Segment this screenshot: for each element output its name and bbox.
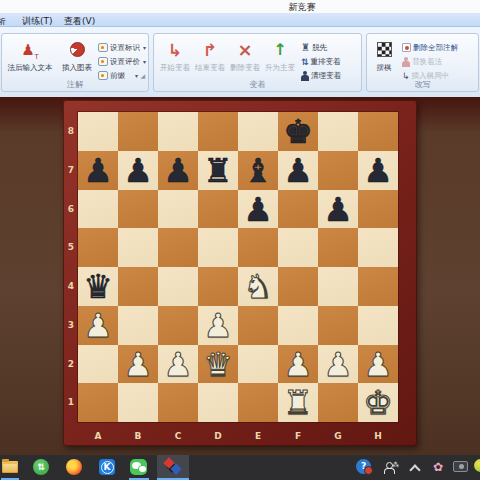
square-e7[interactable]: ♝ [238, 151, 278, 190]
rank-label-2: 2 [66, 359, 76, 369]
file-label-B: B [132, 431, 144, 441]
taskbar-partial-icon[interactable] [474, 459, 480, 472]
square-b8[interactable] [118, 112, 158, 151]
replace-moves-button[interactable]: 替换着法 [402, 55, 478, 68]
black-rook[interactable]: ♜ [198, 151, 238, 190]
person-pink-icon [402, 57, 410, 67]
menu-item-partial[interactable]: 析 [0, 16, 6, 25]
square-h6[interactable] [358, 190, 398, 229]
sort-icon: ⇅ [301, 57, 309, 67]
taskbar-help-icon[interactable]: ? [356, 459, 371, 474]
rank-label-8: 8 [66, 126, 76, 136]
promote-variation-button[interactable]: ↑ 升为主变 [263, 37, 297, 81]
start-variation-button[interactable]: ↳ 开始变着 [158, 37, 192, 81]
square-f6[interactable] [278, 190, 318, 229]
white-pawn[interactable]: ♟ [198, 306, 238, 345]
mini-piece-icon: ♜ [301, 42, 310, 53]
group-label-rewrite: 改写 [367, 79, 478, 90]
square-b4[interactable] [118, 267, 158, 306]
taskbar-flower-icon[interactable]: ✿ [433, 459, 443, 475]
chevron-down-icon[interactable]: ▾ [135, 72, 138, 79]
rank-label-3: 3 [66, 320, 76, 330]
square-e8[interactable] [238, 112, 278, 151]
square-c1[interactable] [158, 383, 198, 422]
set-marker-button[interactable]: 设置标识 ▾ [98, 41, 148, 54]
square-e4[interactable]: ♞ [238, 267, 278, 306]
black-bishop[interactable]: ♝ [238, 151, 278, 190]
square-g8[interactable] [318, 112, 358, 151]
set-evaluation-button[interactable]: 设置评价 ▾ [98, 55, 148, 68]
reorder-variations-button[interactable]: ⇅ 重排变着 [301, 55, 359, 68]
insert-text-after-move-button[interactable]: ♟T 法后输入文本 [4, 37, 56, 81]
taskbar-firefox-icon[interactable] [66, 459, 82, 475]
square-e1[interactable] [238, 383, 278, 422]
square-b1[interactable] [118, 383, 158, 422]
file-label-C: C [172, 431, 184, 441]
square-f1[interactable]: ♜ [278, 383, 318, 422]
setup-position-button[interactable]: 摆棋 [369, 37, 399, 81]
square-a7[interactable]: ♟ [78, 151, 118, 190]
square-c7[interactable]: ♟ [158, 151, 198, 190]
black-pawn[interactable]: ♟ [238, 190, 278, 229]
square-f7[interactable]: ♟ [278, 151, 318, 190]
square-d8[interactable] [198, 112, 238, 151]
square-c4[interactable] [158, 267, 198, 306]
square-d3[interactable]: ♟ [198, 306, 238, 345]
square-c2[interactable]: ♟ [158, 345, 198, 384]
square-d6[interactable] [198, 190, 238, 229]
square-g2[interactable]: ♟ [318, 345, 358, 384]
file-label-F: F [292, 431, 304, 441]
red-pawn-text-icon: ♟T [4, 37, 56, 63]
white-queen[interactable]: ♛ [198, 345, 238, 384]
square-h2[interactable]: ♟ [358, 345, 398, 384]
square-a2[interactable] [78, 345, 118, 384]
square-f8[interactable]: ♚ [278, 112, 318, 151]
ribbon-group-rewrite: 摆棋 删除全部注解 替换着法 ↳ 插入棋局中 改写 [366, 33, 479, 92]
square-a4[interactable]: ♛ [78, 267, 118, 306]
square-f2[interactable]: ♟ [278, 345, 318, 384]
file-label-G: G [332, 431, 344, 441]
square-c3[interactable] [158, 306, 198, 345]
tag-icon [98, 57, 108, 66]
square-b3[interactable] [118, 306, 158, 345]
square-h8[interactable] [358, 112, 398, 151]
black-queen[interactable]: ♛ [78, 267, 118, 306]
ribbon-group-annotation: ♟T 法后输入文本 插入图表 设置标识 ▾ 设置评价 ▾ 前缀 ▾ [1, 33, 149, 92]
square-a6[interactable] [78, 190, 118, 229]
chess-board: ♚♟♟♟♜♝♟♟♟♟♛♞♟♟♟♟♛♟♟♟♜♚ [78, 112, 398, 422]
square-c5[interactable] [158, 228, 198, 267]
group-label-annotation: 注解 [2, 79, 148, 90]
square-f3[interactable] [278, 306, 318, 345]
square-d7[interactable]: ♜ [198, 151, 238, 190]
square-d2[interactable]: ♛ [198, 345, 238, 384]
black-pawn[interactable]: ♟ [278, 151, 318, 190]
delete-variation-button[interactable]: × 删除变着 [228, 37, 262, 81]
square-f5[interactable] [278, 228, 318, 267]
square-f4[interactable] [278, 267, 318, 306]
square-g1[interactable] [318, 383, 358, 422]
square-b2[interactable]: ♟ [118, 345, 158, 384]
square-a5[interactable] [78, 228, 118, 267]
white-pawn[interactable]: ♟ [78, 306, 118, 345]
board-frame: ♚♟♟♟♜♝♟♟♟♟♛♞♟♟♟♟♛♟♟♟♜♚ 87654321 ABCDEFGH [63, 100, 417, 446]
file-label-H: H [372, 431, 384, 441]
board-background: ♚♟♟♟♜♝♟♟♟♟♛♞♟♟♟♟♛♟♟♟♜♚ 87654321 ABCDEFGH [0, 97, 480, 455]
square-a8[interactable] [78, 112, 118, 151]
black-pawn[interactable]: ♟ [158, 151, 198, 190]
square-e2[interactable] [238, 345, 278, 384]
white-pawn[interactable]: ♟ [358, 345, 398, 384]
taskbar-people-icon[interactable]: ⁂ [384, 459, 400, 474]
rank-label-1: 1 [66, 397, 76, 407]
rank-label-6: 6 [66, 204, 76, 214]
square-d5[interactable] [198, 228, 238, 267]
square-h7[interactable]: ♟ [358, 151, 398, 190]
square-e3[interactable] [238, 306, 278, 345]
taskbar-green-updown-icon[interactable]: ⇅ [33, 459, 49, 475]
dialog-launcher-icon[interactable]: ◢ [140, 72, 145, 79]
square-c6[interactable] [158, 190, 198, 229]
white-knight[interactable]: ♞ [238, 267, 278, 306]
taskbar: ⇅ K ? ⁂ ✿ [0, 455, 480, 480]
black-pawn[interactable]: ♟ [118, 151, 158, 190]
chevron-down-icon[interactable]: ▾ [143, 44, 146, 51]
red-disc-icon [70, 42, 85, 57]
white-king[interactable]: ♚ [358, 383, 398, 422]
tag-icon [98, 43, 108, 52]
square-d1[interactable] [198, 383, 238, 422]
square-h1[interactable]: ♚ [358, 383, 398, 422]
insert-diagram-button[interactable]: 插入图表 [58, 37, 96, 81]
white-pawn[interactable]: ♟ [118, 345, 158, 384]
square-a1[interactable] [78, 383, 118, 422]
chevron-down-icon[interactable]: ▾ [143, 58, 146, 65]
square-e6[interactable]: ♟ [238, 190, 278, 229]
file-label-D: D [212, 431, 224, 441]
square-b5[interactable] [118, 228, 158, 267]
taskbar-capture-icon[interactable] [453, 459, 468, 472]
file-label-A: A [92, 431, 104, 441]
square-a3[interactable]: ♟ [78, 306, 118, 345]
red-arrow-up-right-icon: ↱ [193, 37, 227, 63]
taskbar-wechat-icon[interactable] [130, 459, 147, 475]
black-pawn[interactable]: ♟ [318, 190, 358, 229]
white-pawn[interactable]: ♟ [318, 345, 358, 384]
white-pawn[interactable]: ♟ [158, 345, 198, 384]
checkerboard-icon [377, 42, 392, 57]
square-h5[interactable] [358, 228, 398, 267]
delete-all-annotations-button[interactable]: 删除全部注解 [402, 41, 478, 54]
green-up-arrow-icon: ↑ [263, 37, 297, 63]
square-c8[interactable] [158, 112, 198, 151]
end-variation-button[interactable]: ↱ 结束变着 [193, 37, 227, 81]
black-pawn[interactable]: ♟ [358, 151, 398, 190]
rank-label-4: 4 [66, 281, 76, 291]
app-window: 新竞赛 析 训练(T) 查看(V) ♟T 法后输入文本 插入图表 设置标识 ▾ [0, 0, 480, 480]
ribbon: ♟T 法后输入文本 插入图表 设置标识 ▾ 设置评价 ▾ 前缀 ▾ [0, 27, 480, 97]
taskbar-chess-app-active[interactable] [157, 455, 189, 480]
square-b7[interactable]: ♟ [118, 151, 158, 190]
square-g7[interactable] [318, 151, 358, 190]
square-g6[interactable]: ♟ [318, 190, 358, 229]
title-bar: 新竞赛 [0, 0, 480, 13]
square-g3[interactable] [318, 306, 358, 345]
square-h4[interactable] [358, 267, 398, 306]
tenuki-button[interactable]: ♜ 脱先 [301, 41, 359, 54]
red-arrow-down-right-icon: ↳ [158, 37, 192, 63]
file-label-E: E [252, 431, 264, 441]
taskbar-file-explorer-icon[interactable] [2, 459, 18, 473]
black-king[interactable]: ♚ [278, 112, 318, 151]
square-b6[interactable] [118, 190, 158, 229]
square-d4[interactable] [198, 267, 238, 306]
taskbar-tray-caret-icon[interactable] [410, 459, 420, 473]
square-h3[interactable] [358, 306, 398, 345]
white-pawn[interactable]: ♟ [278, 345, 318, 384]
white-rook[interactable]: ♜ [278, 383, 318, 422]
red-x-icon: × [228, 37, 262, 63]
ribbon-group-variations: ↳ 开始变着 ↱ 结束变着 × 删除变着 ↑ 升为主变 ♜ 脱先 ⇅ 重排变着 [153, 33, 362, 92]
square-g4[interactable] [318, 267, 358, 306]
rank-label-5: 5 [66, 242, 76, 252]
square-g5[interactable] [318, 228, 358, 267]
black-pawn[interactable]: ♟ [78, 151, 118, 190]
group-label-variations: 变着 [154, 79, 361, 90]
rank-label-7: 7 [66, 165, 76, 175]
menu-bar: 析 训练(T) 查看(V) [0, 13, 480, 27]
taskbar-k-app-icon[interactable]: K [99, 459, 115, 475]
square-e5[interactable] [238, 228, 278, 267]
page-icon [402, 43, 411, 52]
